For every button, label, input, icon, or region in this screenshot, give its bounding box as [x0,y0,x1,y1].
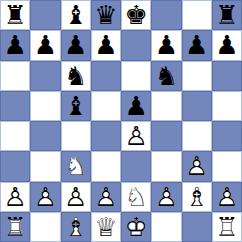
piece-glyph: ♘ [61,151,91,181]
piece-black-pawn[interactable]: ♟ [91,30,121,60]
piece-black-pawn[interactable]: ♟ [30,30,60,60]
square-h3[interactable] [212,151,242,181]
square-g2[interactable]: ♝♗ [182,182,212,212]
piece-glyph: ♞ [151,61,181,91]
piece-white-king[interactable]: ♚♔ [121,212,151,242]
piece-glyph: ♟ [30,30,60,60]
piece-glyph: ♗ [182,182,212,212]
piece-glyph: ♞ [61,61,91,91]
square-b3[interactable] [30,151,60,181]
square-e7[interactable] [121,30,151,60]
square-h4[interactable] [212,121,242,151]
square-e1[interactable]: ♚♔ [121,212,151,242]
square-g5[interactable] [182,91,212,121]
square-f3[interactable] [151,151,181,181]
square-d2[interactable]: ♟♙ [91,182,121,212]
square-f7[interactable]: ♟ [151,30,181,60]
square-d3[interactable] [91,151,121,181]
piece-black-bishop[interactable]: ♝ [61,0,91,30]
piece-white-pawn[interactable]: ♟♙ [182,151,212,181]
square-h2[interactable]: ♟♙ [212,182,242,212]
piece-black-rook[interactable]: ♜ [0,0,30,30]
square-e5[interactable]: ♟ [121,91,151,121]
square-h7[interactable]: ♟ [212,30,242,60]
square-a1[interactable]: ♜♖ [0,212,30,242]
square-c1[interactable]: ♝♗ [61,212,91,242]
piece-black-knight[interactable]: ♞ [61,61,91,91]
piece-glyph: ♟ [212,30,242,60]
piece-glyph: ♙ [121,121,151,151]
square-d7[interactable]: ♟ [91,30,121,60]
square-a6[interactable] [0,61,30,91]
piece-glyph: ♙ [0,182,30,212]
square-c4[interactable] [61,121,91,151]
piece-glyph: ♚ [121,0,151,30]
piece-black-king[interactable]: ♚ [121,0,151,30]
square-f4[interactable] [151,121,181,151]
square-d1[interactable]: ♛♕ [91,212,121,242]
square-g3[interactable]: ♟♙ [182,151,212,181]
piece-black-pawn[interactable]: ♟ [212,30,242,60]
piece-glyph: ♗ [61,212,91,242]
piece-glyph: ♟ [182,30,212,60]
square-d4[interactable] [91,121,121,151]
piece-glyph: ♕ [91,212,121,242]
square-a2[interactable]: ♟♙ [0,182,30,212]
piece-white-knight[interactable]: ♞♘ [61,151,91,181]
piece-glyph: ♟ [121,91,151,121]
piece-white-pawn[interactable]: ♟♙ [30,182,60,212]
piece-black-pawn[interactable]: ♟ [121,91,151,121]
square-f6[interactable]: ♞ [151,61,181,91]
square-g7[interactable]: ♟ [182,30,212,60]
square-e8[interactable]: ♚ [121,0,151,30]
piece-glyph: ♙ [61,182,91,212]
piece-glyph: ♟ [0,30,30,60]
square-f1[interactable] [151,212,181,242]
square-e2[interactable]: ♞♘ [121,182,151,212]
piece-black-pawn[interactable]: ♟ [0,30,30,60]
square-g8[interactable] [182,0,212,30]
square-f5[interactable] [151,91,181,121]
square-b5[interactable] [30,91,60,121]
square-h1[interactable]: ♜♖ [212,212,242,242]
square-g6[interactable] [182,61,212,91]
piece-black-queen[interactable]: ♛ [91,0,121,30]
piece-white-pawn[interactable]: ♟♙ [61,182,91,212]
square-d6[interactable] [91,61,121,91]
piece-white-pawn[interactable]: ♟♙ [91,182,121,212]
square-a3[interactable] [0,151,30,181]
square-h5[interactable] [212,91,242,121]
square-a4[interactable] [0,121,30,151]
piece-black-rook[interactable]: ♜ [212,0,242,30]
piece-glyph: ♙ [151,182,181,212]
square-c7[interactable]: ♟ [61,30,91,60]
piece-glyph: ♝ [61,91,91,121]
piece-glyph: ♘ [121,182,151,212]
piece-glyph: ♟ [151,30,181,60]
square-a7[interactable]: ♟ [0,30,30,60]
square-e3[interactable] [121,151,151,181]
piece-white-rook[interactable]: ♜♖ [0,212,30,242]
square-b8[interactable] [30,0,60,30]
square-f8[interactable] [151,0,181,30]
square-b1[interactable] [30,212,60,242]
square-a5[interactable] [0,91,30,121]
square-e6[interactable] [121,61,151,91]
piece-glyph: ♔ [121,212,151,242]
square-h6[interactable] [212,61,242,91]
piece-white-rook[interactable]: ♜♖ [212,212,242,242]
piece-black-bishop[interactable]: ♝ [61,91,91,121]
piece-glyph: ♙ [30,182,60,212]
piece-glyph: ♟ [91,30,121,60]
square-a8[interactable]: ♜ [0,0,30,30]
square-f2[interactable]: ♟♙ [151,182,181,212]
square-c6[interactable]: ♞ [61,61,91,91]
piece-glyph: ♜ [212,0,242,30]
piece-glyph: ♖ [212,212,242,242]
piece-glyph: ♜ [0,0,30,30]
piece-white-bishop[interactable]: ♝♗ [182,182,212,212]
square-c8[interactable]: ♝ [61,0,91,30]
square-d5[interactable] [91,91,121,121]
square-c5[interactable]: ♝ [61,91,91,121]
square-g4[interactable] [182,121,212,151]
chess-board: ♜♝♛♚♜♟♟♟♟♟♟♟♞♞♝♟♟♙♞♘♟♙♟♙♟♙♟♙♟♙♞♘♟♙♝♗♟♙♜♖… [0,0,242,242]
piece-black-pawn[interactable]: ♟ [182,30,212,60]
piece-black-knight[interactable]: ♞ [151,61,181,91]
piece-glyph: ♖ [0,212,30,242]
square-b7[interactable]: ♟ [30,30,60,60]
piece-white-bishop[interactable]: ♝♗ [61,212,91,242]
piece-black-pawn[interactable]: ♟ [151,30,181,60]
piece-white-knight[interactable]: ♞♘ [121,182,151,212]
piece-glyph: ♟ [61,30,91,60]
square-b2[interactable]: ♟♙ [30,182,60,212]
square-b4[interactable] [30,121,60,151]
square-b6[interactable] [30,61,60,91]
square-c2[interactable]: ♟♙ [61,182,91,212]
square-e4[interactable]: ♟♙ [121,121,151,151]
square-d8[interactable]: ♛ [91,0,121,30]
piece-glyph: ♙ [182,151,212,181]
square-g1[interactable] [182,212,212,242]
piece-black-pawn[interactable]: ♟ [61,30,91,60]
piece-white-pawn[interactable]: ♟♙ [121,121,151,151]
piece-glyph: ♙ [212,182,242,212]
piece-white-pawn[interactable]: ♟♙ [212,182,242,212]
piece-glyph: ♙ [91,182,121,212]
piece-white-pawn[interactable]: ♟♙ [0,182,30,212]
square-c3[interactable]: ♞♘ [61,151,91,181]
piece-glyph: ♝ [61,0,91,30]
piece-glyph: ♛ [91,0,121,30]
piece-white-pawn[interactable]: ♟♙ [151,182,181,212]
square-h8[interactable]: ♜ [212,0,242,30]
piece-white-queen[interactable]: ♛♕ [91,212,121,242]
